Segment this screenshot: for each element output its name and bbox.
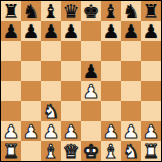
black-pawn-piece[interactable]: ♟ [22,21,39,41]
square-f4[interactable] [101,81,121,101]
square-e8[interactable]: ♚ [81,1,101,21]
square-g3[interactable] [121,101,141,121]
square-c2[interactable]: ♟ [41,121,61,141]
black-pawn-piece[interactable]: ♟ [42,21,59,41]
white-pawn-piece[interactable]: ♟ [102,121,119,141]
square-f3[interactable] [101,101,121,121]
square-b6[interactable] [21,41,41,61]
square-h7[interactable]: ♟ [141,21,161,41]
black-knight-piece[interactable]: ♞ [122,1,139,21]
white-pawn-piece[interactable]: ♟ [122,121,139,141]
square-d4[interactable] [61,81,81,101]
black-bishop-piece[interactable]: ♝ [42,1,59,21]
square-d1[interactable]: ♛ [61,141,81,161]
square-d6[interactable] [61,41,81,61]
square-f2[interactable]: ♟ [101,121,121,141]
white-bishop-piece[interactable]: ♝ [42,141,59,161]
square-a5[interactable] [1,61,21,81]
square-e7[interactable] [81,21,101,41]
square-c7[interactable]: ♟ [41,21,61,41]
black-bishop-piece[interactable]: ♝ [102,1,119,21]
square-e3[interactable] [81,101,101,121]
square-h8[interactable]: ♜ [141,1,161,21]
square-f6[interactable] [101,41,121,61]
square-d2[interactable]: ♟ [61,121,81,141]
square-c3[interactable]: ♞ [41,101,61,121]
square-f1[interactable]: ♝ [101,141,121,161]
square-g4[interactable] [121,81,141,101]
square-g1[interactable]: ♞ [121,141,141,161]
white-knight-piece[interactable]: ♞ [42,101,59,121]
square-e4[interactable]: ♟ [81,81,101,101]
square-e1[interactable]: ♚ [81,141,101,161]
black-pawn-piece[interactable]: ♟ [102,21,119,41]
white-king-piece[interactable]: ♚ [82,141,99,161]
white-rook-piece[interactable]: ♜ [142,141,159,161]
white-bishop-piece[interactable]: ♝ [102,141,119,161]
white-rook-piece[interactable]: ♜ [2,141,19,161]
square-b3[interactable] [21,101,41,121]
white-pawn-piece[interactable]: ♟ [62,121,79,141]
black-pawn-piece[interactable]: ♟ [122,21,139,41]
square-g7[interactable]: ♟ [121,21,141,41]
black-knight-piece[interactable]: ♞ [22,1,39,21]
square-h5[interactable] [141,61,161,81]
white-pawn-piece[interactable]: ♟ [22,121,39,141]
black-rook-piece[interactable]: ♜ [2,1,19,21]
black-pawn-piece[interactable]: ♟ [82,61,99,81]
square-g5[interactable] [121,61,141,81]
square-c8[interactable]: ♝ [41,1,61,21]
square-d3[interactable] [61,101,81,121]
square-h3[interactable] [141,101,161,121]
square-c1[interactable]: ♝ [41,141,61,161]
square-a2[interactable]: ♟ [1,121,21,141]
square-f5[interactable] [101,61,121,81]
white-pawn-piece[interactable]: ♟ [2,121,19,141]
square-b5[interactable] [21,61,41,81]
square-e6[interactable] [81,41,101,61]
black-queen-piece[interactable]: ♛ [62,1,79,21]
black-pawn-piece[interactable]: ♟ [142,21,159,41]
square-d8[interactable]: ♛ [61,1,81,21]
square-g6[interactable] [121,41,141,61]
square-c6[interactable] [41,41,61,61]
square-a7[interactable]: ♟ [1,21,21,41]
black-king-piece[interactable]: ♚ [82,1,99,21]
square-a6[interactable] [1,41,21,61]
black-pawn-piece[interactable]: ♟ [62,21,79,41]
square-a1[interactable]: ♜ [1,141,21,161]
square-g8[interactable]: ♞ [121,1,141,21]
square-h4[interactable] [141,81,161,101]
chess-board-frame: ♜♞♝♛♚♝♞♜♟♟♟♟♟♟♟♟♟♞♟♟♟♟♟♟♟♜♝♛♚♝♞♜ [0,0,162,162]
black-pawn-piece[interactable]: ♟ [2,21,19,41]
white-pawn-piece[interactable]: ♟ [42,121,59,141]
square-h6[interactable] [141,41,161,61]
square-a4[interactable] [1,81,21,101]
square-a8[interactable]: ♜ [1,1,21,21]
square-f8[interactable]: ♝ [101,1,121,21]
square-b1[interactable] [21,141,41,161]
square-f7[interactable]: ♟ [101,21,121,41]
square-d5[interactable] [61,61,81,81]
square-b8[interactable]: ♞ [21,1,41,21]
square-e2[interactable] [81,121,101,141]
white-knight-piece[interactable]: ♞ [122,141,139,161]
black-rook-piece[interactable]: ♜ [142,1,159,21]
square-h2[interactable]: ♟ [141,121,161,141]
square-d7[interactable]: ♟ [61,21,81,41]
square-b7[interactable]: ♟ [21,21,41,41]
square-h1[interactable]: ♜ [141,141,161,161]
square-e5[interactable]: ♟ [81,61,101,81]
square-b2[interactable]: ♟ [21,121,41,141]
square-g2[interactable]: ♟ [121,121,141,141]
square-a3[interactable] [1,101,21,121]
square-c4[interactable] [41,81,61,101]
white-pawn-piece[interactable]: ♟ [142,121,159,141]
chess-board: ♜♞♝♛♚♝♞♜♟♟♟♟♟♟♟♟♟♞♟♟♟♟♟♟♟♜♝♛♚♝♞♜ [1,1,161,161]
white-pawn-piece[interactable]: ♟ [82,81,99,101]
white-queen-piece[interactable]: ♛ [62,141,79,161]
square-c5[interactable] [41,61,61,81]
square-b4[interactable] [21,81,41,101]
